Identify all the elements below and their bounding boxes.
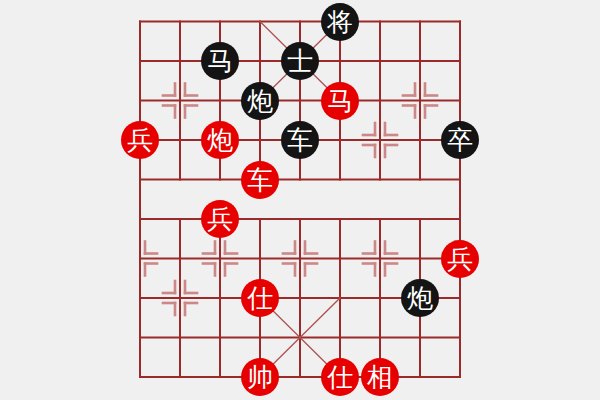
piece-red-pawn[interactable]: 兵 [201, 200, 239, 238]
xiangqi-board: 将马士炮马兵炮车卒车兵兵仕炮帅仕相 [0, 0, 600, 400]
piece-black-cannon[interactable]: 炮 [401, 279, 439, 317]
piece-red-pawn[interactable]: 兵 [441, 240, 479, 278]
piece-red-chariot[interactable]: 车 [241, 161, 279, 199]
piece-black-general[interactable]: 将 [321, 3, 359, 41]
piece-red-advisor[interactable]: 仕 [241, 279, 279, 317]
piece-black-pawn[interactable]: 卒 [441, 121, 479, 159]
piece-red-advisor[interactable]: 仕 [321, 358, 359, 396]
piece-black-horse[interactable]: 马 [201, 42, 239, 80]
piece-black-chariot[interactable]: 车 [281, 121, 319, 159]
piece-red-elephant[interactable]: 相 [361, 358, 399, 396]
piece-red-horse[interactable]: 马 [321, 82, 359, 120]
piece-black-advisor[interactable]: 士 [281, 42, 319, 80]
pieces-layer[interactable]: 将马士炮马兵炮车卒车兵兵仕炮帅仕相 [120, 2, 480, 397]
piece-red-pawn[interactable]: 兵 [121, 121, 159, 159]
piece-black-cannon[interactable]: 炮 [241, 82, 279, 120]
piece-red-cannon[interactable]: 炮 [201, 121, 239, 159]
piece-red-general[interactable]: 帅 [241, 358, 279, 396]
